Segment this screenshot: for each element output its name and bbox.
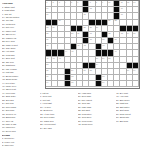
cell-number: 37 (90, 38, 92, 40)
cell-number: 8 (96, 1, 97, 3)
cell-number: 63 (102, 75, 104, 77)
cell-number: 19 (121, 13, 123, 15)
cell-number: 30 (77, 32, 79, 34)
cell-number: 33 (121, 32, 123, 34)
cell-number: 42 (83, 44, 85, 46)
cell-number: 57 (83, 69, 85, 71)
cell-number: 55 (46, 69, 48, 71)
cell-number: 22 (114, 19, 116, 21)
cell-number: 12 (127, 1, 129, 3)
cell-number: 48 (52, 57, 54, 59)
cell-number: 65 (71, 81, 73, 83)
cell-number: 17 (46, 13, 48, 15)
cell-number: 18 (83, 13, 85, 15)
cell-number: 50 (96, 57, 98, 59)
clue-list-header: DOWN (2, 134, 39, 137)
cell-number: 43 (102, 44, 104, 46)
cell-number: 49 (59, 57, 61, 59)
cell-number: 21 (108, 19, 110, 21)
crossword-page: 1234567891011121314151617181920212223242… (0, 0, 150, 150)
cell-number: 64 (46, 81, 48, 83)
cell-number: 44 (65, 50, 67, 52)
cell-number: 60 (133, 69, 135, 71)
cell-number: 10 (108, 1, 110, 3)
clue-column-bottom-3: 45. Eye part48. Arm joint50. Bird home52… (116, 92, 149, 149)
cell-number: 51 (102, 57, 104, 59)
clue-column-bottom-1: 6. Lift up7. Corn unit8. Wet dirt9. Hold… (40, 92, 74, 149)
clue-list-header: ACROSS (2, 2, 39, 5)
cell-number: 54 (96, 63, 98, 65)
cell-number: 27 (96, 26, 98, 28)
cell-number: 61 (46, 75, 48, 77)
cell-number: 4 (65, 1, 66, 3)
cell-number: 45 (71, 50, 73, 52)
cell-number: 13 (133, 1, 135, 3)
cell-number: 15 (90, 7, 92, 9)
cell-number: 66 (102, 81, 104, 83)
cell-number: 14 (46, 7, 48, 9)
clue-line: 24. Dry land (40, 127, 74, 130)
cell-number: 39 (114, 38, 116, 40)
cell-number: 59 (127, 69, 129, 71)
cell-number: 62 (71, 75, 73, 77)
cell-number: 1 (46, 1, 47, 3)
clue-line: 60. Big truck (116, 120, 149, 123)
cell-number: 41 (77, 44, 79, 46)
cell-number: 53 (46, 63, 48, 65)
white-cell[interactable] (133, 81, 139, 87)
clue-line: 67. Deep mud (2, 130, 39, 133)
cell-number: 29 (71, 32, 73, 34)
cell-number: 26 (90, 26, 92, 28)
cell-number: 35 (133, 32, 135, 34)
cell-number: 16 (121, 7, 123, 9)
cell-number: 58 (90, 69, 92, 71)
cell-number: 56 (71, 69, 73, 71)
cell-number: 9 (102, 1, 103, 3)
cell-number: 5 (71, 1, 72, 3)
cell-number: 47 (46, 57, 48, 59)
cell-number: 3 (59, 1, 60, 3)
cell-number: 2 (52, 1, 53, 3)
cell-number: 40 (46, 44, 48, 46)
crossword-grid: 1234567891011121314151617181920212223242… (45, 0, 140, 89)
cell-number: 32 (108, 32, 110, 34)
cell-number: 36 (46, 38, 48, 40)
clue-column-left: ACROSS1. Stage part5. Plant stalk9. Tiny… (2, 1, 39, 149)
cell-number: 20 (59, 19, 61, 21)
clue-line: 4. Sharp end (2, 148, 39, 149)
clue-column-bottom-2: 26. High card27. Door sign29. Tiny insec… (78, 92, 113, 149)
cell-number: 24 (52, 26, 54, 28)
cell-number: 31 (90, 32, 92, 34)
cell-number: 38 (102, 38, 104, 40)
cell-number: 34 (127, 32, 129, 34)
cell-number: 46 (114, 50, 116, 52)
cell-number: 52 (108, 57, 110, 59)
cell-number: 6 (77, 1, 78, 3)
cell-number: 28 (46, 32, 48, 34)
cell-number: 7 (90, 1, 91, 3)
cell-number: 25 (83, 26, 85, 28)
cell-number: 23 (46, 26, 48, 28)
cell-number: 11 (121, 1, 123, 3)
clue-line: 42. Road curve (78, 123, 113, 126)
